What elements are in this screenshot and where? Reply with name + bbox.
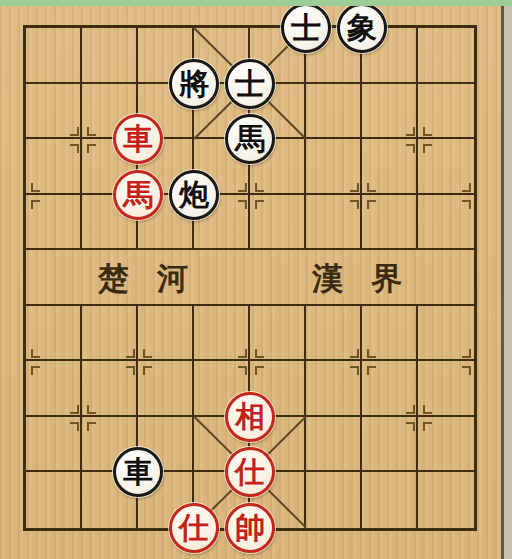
piece-black-elephant[interactable]: 象	[337, 3, 387, 53]
point-marker-bracket	[255, 183, 264, 192]
point-marker-bracket	[238, 183, 247, 192]
top-edge-strip	[0, 0, 512, 6]
point-marker-bracket	[126, 349, 135, 358]
piece-red-horse[interactable]: 馬	[113, 170, 163, 220]
piece-black-chariot[interactable]: 車	[113, 447, 163, 497]
point-marker-bracket	[406, 405, 415, 414]
piece-red-elephant[interactable]: 相	[225, 392, 275, 442]
point-marker-bracket	[423, 405, 432, 414]
river-label-left: 楚河	[98, 260, 216, 296]
piece-black-cannon[interactable]: 炮	[169, 170, 219, 220]
piece-red-advisor[interactable]: 仕	[169, 503, 219, 553]
point-marker-bracket	[70, 144, 79, 153]
point-marker-bracket	[367, 366, 376, 375]
piece-red-general[interactable]: 帥	[225, 503, 275, 553]
piece-black-general[interactable]: 將	[169, 59, 219, 109]
point-marker-bracket	[238, 200, 247, 209]
table-edge	[501, 0, 512, 559]
point-marker-bracket	[87, 405, 96, 414]
point-marker-bracket	[462, 183, 471, 192]
point-marker-bracket	[423, 144, 432, 153]
point-marker-bracket	[350, 200, 359, 209]
point-marker-bracket	[423, 127, 432, 136]
point-marker-bracket	[406, 422, 415, 431]
piece-black-horse[interactable]: 馬	[225, 114, 275, 164]
point-marker-bracket	[367, 200, 376, 209]
point-marker-bracket	[423, 422, 432, 431]
point-marker-bracket	[406, 144, 415, 153]
point-marker-bracket	[238, 366, 247, 375]
point-marker-bracket	[367, 183, 376, 192]
piece-black-advisor[interactable]: 士	[225, 59, 275, 109]
point-marker-bracket	[87, 422, 96, 431]
point-marker-bracket	[31, 200, 40, 209]
point-marker-bracket	[350, 183, 359, 192]
point-marker-bracket	[31, 183, 40, 192]
piece-black-advisor[interactable]: 士	[281, 3, 331, 53]
point-marker-bracket	[255, 366, 264, 375]
point-marker-bracket	[70, 405, 79, 414]
point-marker-bracket	[126, 366, 135, 375]
xiangqi-board: 楚河 漢界 士象將士車馬馬炮相車仕仕帥	[0, 0, 512, 559]
piece-red-chariot[interactable]: 車	[113, 114, 163, 164]
point-marker-bracket	[350, 349, 359, 358]
point-marker-bracket	[367, 349, 376, 358]
point-marker-bracket	[350, 366, 359, 375]
point-marker-bracket	[31, 366, 40, 375]
point-marker-bracket	[31, 349, 40, 358]
point-marker-bracket	[143, 349, 152, 358]
point-marker-bracket	[70, 127, 79, 136]
point-marker-bracket	[70, 422, 79, 431]
point-marker-bracket	[462, 366, 471, 375]
point-marker-bracket	[238, 349, 247, 358]
point-marker-bracket	[255, 349, 264, 358]
point-marker-bracket	[143, 366, 152, 375]
point-marker-bracket	[406, 127, 415, 136]
river-label-right: 漢界	[312, 260, 430, 296]
piece-red-advisor[interactable]: 仕	[225, 447, 275, 497]
point-marker-bracket	[87, 127, 96, 136]
point-marker-bracket	[255, 200, 264, 209]
point-marker-bracket	[462, 200, 471, 209]
point-marker-bracket	[87, 144, 96, 153]
point-marker-bracket	[462, 349, 471, 358]
